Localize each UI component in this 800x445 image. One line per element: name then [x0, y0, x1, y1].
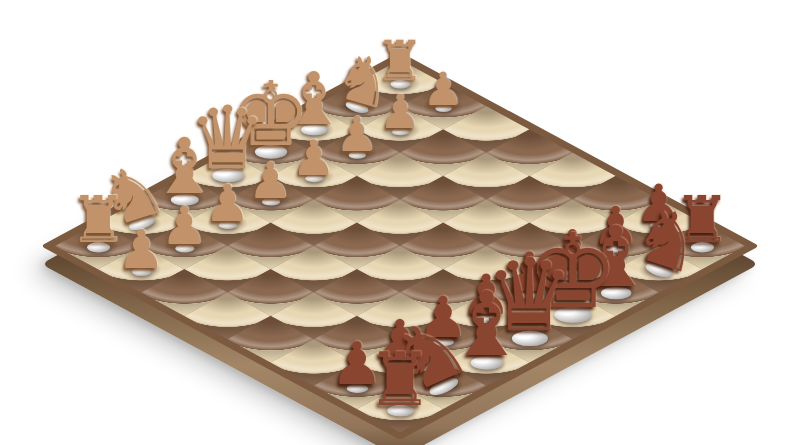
- rook-glyph: ♜: [308, 342, 493, 416]
- chess-board: ♜♟♟♜♞♟♟♞♝♟♟♝♚♟♟♚♛♟♟♛♝♟♟♝♞♟♟♞♜♟♟♜: [41, 52, 759, 440]
- chess-set-photo: ♜♟♟♜♞♟♟♞♝♟♟♝♚♟♟♚♛♟♟♛♝♟♟♝♞♟♟♞♜♟♟♜: [0, 0, 800, 445]
- pawn-glyph: ♟: [59, 222, 223, 275]
